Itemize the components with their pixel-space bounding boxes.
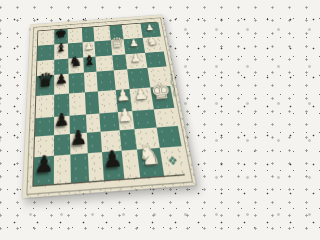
square-d3 <box>86 113 101 133</box>
square-a6 <box>37 59 54 76</box>
square-a5: ♛ <box>36 75 54 95</box>
square-g6: ♟ <box>126 52 148 69</box>
square-b2 <box>54 134 70 156</box>
piece-bN-c6: ♞ <box>69 55 82 69</box>
square-h2 <box>157 126 182 148</box>
square-a4 <box>36 94 55 118</box>
square-g3 <box>133 109 157 130</box>
square-d7: ♟ <box>82 41 95 57</box>
piece-bP-b5: ♟ <box>55 74 67 88</box>
square-e5 <box>97 71 115 91</box>
square-h6 <box>145 51 166 68</box>
square-c8 <box>68 28 83 43</box>
square-a7 <box>37 44 54 60</box>
piece-wP-h8: ♟ <box>145 24 154 32</box>
square-c3 <box>69 114 86 134</box>
square-e2 <box>101 131 121 153</box>
square-c6: ♞ <box>68 57 84 74</box>
square-a3 <box>35 116 54 137</box>
square-g2 <box>135 128 160 150</box>
square-c7 <box>68 42 83 58</box>
square-c5 <box>69 73 85 93</box>
square-e7 <box>95 40 112 56</box>
square-c2: ♟ <box>70 133 88 155</box>
piece-wP-g4: ♟ <box>133 87 149 103</box>
square-e8 <box>94 26 111 41</box>
board-brand-logo-icon: ❖ <box>160 146 187 175</box>
board-grid: ♚♟♝♟♛♟♞♞♝♟♛♟♟♟♚♟♟♟♟♟♞❖ <box>32 22 185 187</box>
square-e6 <box>96 55 114 72</box>
square-h8: ♟ <box>140 22 160 37</box>
square-b7: ♝ <box>54 43 68 59</box>
square-a2 <box>34 136 54 158</box>
square-b5: ♟ <box>54 74 69 94</box>
piece-bK-b8: ♚ <box>55 27 67 39</box>
square-d6: ♝ <box>83 56 97 73</box>
square-c4 <box>69 92 86 115</box>
chess-board: ♚♟♝♟♛♟♞♞♝♟♛♟♟♟♚♟♟♟♟♟♞❖ <box>23 15 196 198</box>
square-h7: ♞ <box>143 36 164 52</box>
square-b3: ♟ <box>54 115 70 135</box>
piece-wP-d7: ♟ <box>84 42 94 52</box>
square-d8 <box>82 27 95 42</box>
square-b6 <box>54 58 68 75</box>
piece-wP-g7: ♟ <box>129 38 140 48</box>
square-a1: ♟ <box>33 156 54 186</box>
piece-wP-f4: ♟ <box>116 88 131 104</box>
piece-wP-g6: ♟ <box>130 52 142 64</box>
photo-scene: ♚♟♝♟♛♟♞♞♝♟♛♟♟♟♚♟♟♟♟♟♞❖ <box>0 0 200 200</box>
square-g7: ♟ <box>124 38 145 54</box>
square-d2 <box>87 132 103 153</box>
square-d5 <box>84 72 98 92</box>
square-g8 <box>122 24 142 39</box>
square-b8: ♚ <box>54 29 67 44</box>
square-b1 <box>54 155 71 184</box>
piece-bB-d6: ♝ <box>83 54 97 68</box>
square-h1: ❖ <box>160 146 187 175</box>
square-h5 <box>147 67 169 87</box>
square-c1 <box>70 153 89 182</box>
piece-bB-b7: ♝ <box>56 42 67 54</box>
square-e4 <box>98 90 117 113</box>
piece-wN-h7: ♞ <box>146 35 159 47</box>
square-h3 <box>154 107 178 127</box>
square-a8 <box>38 30 55 45</box>
square-e3 <box>100 112 119 132</box>
square-b4 <box>54 93 69 116</box>
